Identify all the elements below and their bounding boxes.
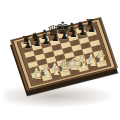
chess-set-photo: ♜♞♝♛♚♝♞♜♟♟♟♟♟♟♟♟♟♟♟♟♟♟♟♟♜♞♝♛♚♝♞♜ bbox=[0, 0, 120, 120]
piece-black-pawn: ♟ bbox=[88, 25, 96, 34]
piece-white-rook: ♜ bbox=[97, 54, 107, 65]
chess-board: ♜♞♝♛♚♝♞♜♟♟♟♟♟♟♟♟♟♟♟♟♟♟♟♟♜♞♝♛♚♝♞♜ bbox=[10, 17, 118, 91]
